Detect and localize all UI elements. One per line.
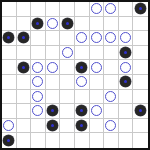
black-pearl: [3, 135, 14, 146]
board-cell[interactable]: [133, 90, 148, 105]
black-pearl: [120, 76, 131, 87]
board-cell[interactable]: [60, 119, 75, 134]
board-cell[interactable]: [60, 17, 75, 32]
board-cell[interactable]: [104, 119, 119, 134]
white-pearl: [120, 62, 131, 73]
black-pearl: [76, 105, 87, 116]
board-cell[interactable]: [133, 133, 148, 148]
white-pearl: [76, 32, 87, 43]
board-cell[interactable]: [90, 31, 105, 46]
board-cell[interactable]: [31, 31, 46, 46]
white-pearl: [105, 32, 116, 43]
board-cell[interactable]: [75, 17, 90, 32]
white-pearl: [91, 105, 102, 116]
board-cell[interactable]: [104, 2, 119, 17]
board-cell[interactable]: [31, 104, 46, 119]
board-cell[interactable]: [104, 104, 119, 119]
board-cell[interactable]: [46, 31, 61, 46]
black-pearl: [135, 105, 146, 116]
board-cell[interactable]: [119, 17, 134, 32]
board-cell[interactable]: [17, 17, 32, 32]
board-cell[interactable]: [119, 46, 134, 61]
board-cell[interactable]: [119, 119, 134, 134]
board-cell[interactable]: [46, 46, 61, 61]
board-cell[interactable]: [46, 90, 61, 105]
board-cell[interactable]: [31, 2, 46, 17]
board-cell[interactable]: [75, 104, 90, 119]
board-cell[interactable]: [104, 133, 119, 148]
board-cell[interactable]: [133, 17, 148, 32]
board-cell[interactable]: [17, 133, 32, 148]
board-cell[interactable]: [90, 119, 105, 134]
white-pearl: [76, 76, 87, 87]
board-cell[interactable]: [46, 17, 61, 32]
board-cell[interactable]: [133, 60, 148, 75]
board-cell[interactable]: [75, 46, 90, 61]
black-pearl: [120, 47, 131, 58]
board-cell[interactable]: [133, 31, 148, 46]
board-cell[interactable]: [17, 60, 32, 75]
board-cell[interactable]: [2, 31, 17, 46]
board-cell[interactable]: [17, 104, 32, 119]
board-cell[interactable]: [17, 90, 32, 105]
black-pearl: [18, 32, 29, 43]
board-cell[interactable]: [119, 2, 134, 17]
board-cell[interactable]: [104, 17, 119, 32]
board-cell[interactable]: [2, 119, 17, 134]
board-cell[interactable]: [119, 75, 134, 90]
white-pearl: [105, 120, 116, 131]
board-cell[interactable]: [90, 17, 105, 32]
board-cell[interactable]: [60, 90, 75, 105]
board-cell[interactable]: [104, 60, 119, 75]
board-cell[interactable]: [90, 133, 105, 148]
board-cell[interactable]: [17, 75, 32, 90]
board-cell[interactable]: [2, 2, 17, 17]
board-cell[interactable]: [104, 46, 119, 61]
black-pearl: [32, 18, 43, 29]
board-cell[interactable]: [119, 60, 134, 75]
board-cell[interactable]: [75, 60, 90, 75]
white-pearl: [32, 62, 43, 73]
board-cell[interactable]: [17, 31, 32, 46]
board-cell[interactable]: [133, 75, 148, 90]
board-cell[interactable]: [75, 31, 90, 46]
board-cell[interactable]: [119, 133, 134, 148]
board-cell[interactable]: [60, 104, 75, 119]
board-cell[interactable]: [75, 133, 90, 148]
board-cell[interactable]: [17, 2, 32, 17]
board-cell[interactable]: [2, 46, 17, 61]
black-pearl: [76, 120, 87, 131]
board-cell[interactable]: [60, 31, 75, 46]
board-cell[interactable]: [46, 2, 61, 17]
board-cell[interactable]: [75, 119, 90, 134]
board-cell[interactable]: [17, 46, 32, 61]
black-pearl: [135, 3, 146, 14]
board-cell[interactable]: [104, 75, 119, 90]
board-cell[interactable]: [119, 31, 134, 46]
board-cell[interactable]: [2, 90, 17, 105]
board-cell[interactable]: [46, 133, 61, 148]
board-cell[interactable]: [31, 119, 46, 134]
board-cell[interactable]: [2, 104, 17, 119]
board-cell[interactable]: [75, 2, 90, 17]
board-cell[interactable]: [90, 90, 105, 105]
board-cell[interactable]: [60, 75, 75, 90]
board-cell[interactable]: [75, 90, 90, 105]
board-cell[interactable]: [119, 104, 134, 119]
black-pearl: [62, 18, 73, 29]
white-pearl: [47, 62, 58, 73]
board-cell[interactable]: [2, 60, 17, 75]
board-cell[interactable]: [46, 75, 61, 90]
board-cell[interactable]: [90, 46, 105, 61]
board-cell[interactable]: [90, 75, 105, 90]
white-pearl: [105, 91, 116, 102]
white-pearl: [32, 76, 43, 87]
board-cell[interactable]: [46, 60, 61, 75]
board-cell[interactable]: [31, 60, 46, 75]
board-cell[interactable]: [17, 119, 32, 134]
board-cell[interactable]: [119, 90, 134, 105]
board-cell[interactable]: [60, 46, 75, 61]
board-cell[interactable]: [31, 17, 46, 32]
board-cell[interactable]: [133, 2, 148, 17]
board-cell[interactable]: [133, 119, 148, 134]
white-pearl: [120, 32, 131, 43]
board-cell[interactable]: [90, 104, 105, 119]
board-cell[interactable]: [31, 133, 46, 148]
board-cell[interactable]: [104, 90, 119, 105]
board-cell[interactable]: [2, 75, 17, 90]
board-cell[interactable]: [90, 2, 105, 17]
board-cell[interactable]: [60, 2, 75, 17]
board-cell[interactable]: [46, 119, 61, 134]
board-cell[interactable]: [2, 17, 17, 32]
masyu-board: [0, 0, 150, 150]
white-pearl: [32, 105, 43, 116]
board-cell[interactable]: [60, 133, 75, 148]
white-pearl: [32, 91, 43, 102]
white-pearl: [91, 62, 102, 73]
white-pearl: [62, 47, 73, 58]
white-pearl: [3, 120, 14, 131]
board-cell[interactable]: [2, 133, 17, 148]
white-pearl: [47, 18, 58, 29]
black-pearl: [47, 120, 58, 131]
white-pearl: [91, 3, 102, 14]
board-cell[interactable]: [46, 104, 61, 119]
board-cell[interactable]: [60, 60, 75, 75]
black-pearl: [3, 32, 14, 43]
board-cell[interactable]: [90, 60, 105, 75]
black-pearl: [76, 62, 87, 73]
board-cell[interactable]: [133, 46, 148, 61]
board-cell[interactable]: [31, 46, 46, 61]
white-pearl: [91, 32, 102, 43]
board-cell[interactable]: [31, 75, 46, 90]
board-cell[interactable]: [133, 104, 148, 119]
black-pearl: [47, 105, 58, 116]
black-pearl: [18, 62, 29, 73]
board-cell[interactable]: [75, 75, 90, 90]
board-cell[interactable]: [31, 90, 46, 105]
board-cell[interactable]: [104, 31, 119, 46]
white-pearl: [105, 3, 116, 14]
